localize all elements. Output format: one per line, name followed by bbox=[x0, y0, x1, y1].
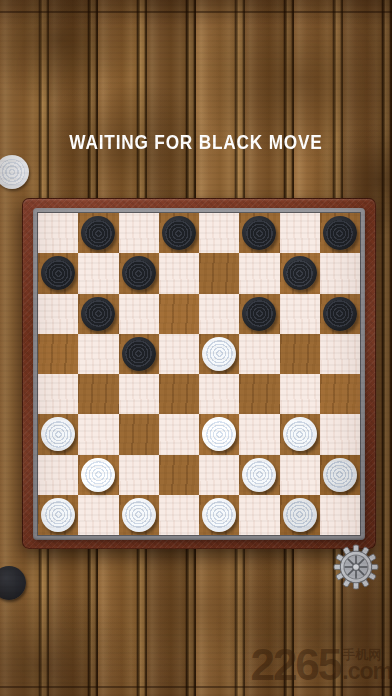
square-b1 bbox=[78, 495, 118, 535]
square-h6[interactable] bbox=[320, 294, 360, 334]
white-piece[interactable] bbox=[283, 417, 317, 451]
square-c8 bbox=[119, 213, 159, 253]
square-a2 bbox=[38, 455, 78, 495]
board-border bbox=[33, 208, 365, 540]
watermark-number: 2265 bbox=[250, 648, 340, 682]
piece-rings bbox=[286, 260, 313, 287]
square-d5 bbox=[159, 334, 199, 374]
black-piece[interactable] bbox=[162, 216, 196, 250]
square-h5 bbox=[320, 334, 360, 374]
square-d2[interactable] bbox=[159, 455, 199, 495]
square-d3 bbox=[159, 414, 199, 454]
square-c4 bbox=[119, 374, 159, 414]
checkers-board[interactable] bbox=[38, 213, 360, 535]
square-g6 bbox=[280, 294, 320, 334]
square-a5[interactable] bbox=[38, 334, 78, 374]
square-e3[interactable] bbox=[199, 414, 239, 454]
white-piece[interactable] bbox=[122, 498, 156, 532]
black-piece[interactable] bbox=[41, 256, 75, 290]
square-d7 bbox=[159, 253, 199, 293]
wood-seam bbox=[0, 11, 392, 13]
black-piece[interactable] bbox=[242, 216, 276, 250]
piece-rings bbox=[165, 220, 192, 247]
board-frame bbox=[22, 198, 376, 549]
square-c7[interactable] bbox=[119, 253, 159, 293]
piece-rings bbox=[246, 220, 273, 247]
square-e7[interactable] bbox=[199, 253, 239, 293]
white-piece[interactable] bbox=[202, 417, 236, 451]
square-d6[interactable] bbox=[159, 294, 199, 334]
white-piece[interactable] bbox=[41, 498, 75, 532]
square-e4 bbox=[199, 374, 239, 414]
white-piece[interactable] bbox=[323, 458, 357, 492]
piece-rings bbox=[85, 220, 112, 247]
square-g5[interactable] bbox=[280, 334, 320, 374]
square-b5 bbox=[78, 334, 118, 374]
square-c6 bbox=[119, 294, 159, 334]
square-d1 bbox=[159, 495, 199, 535]
white-piece[interactable] bbox=[202, 337, 236, 371]
square-b3 bbox=[78, 414, 118, 454]
square-a1[interactable] bbox=[38, 495, 78, 535]
piece-rings bbox=[326, 300, 353, 327]
square-g4 bbox=[280, 374, 320, 414]
black-piece[interactable] bbox=[122, 256, 156, 290]
chip-rings bbox=[0, 159, 25, 185]
square-e8 bbox=[199, 213, 239, 253]
piece-rings bbox=[206, 501, 233, 528]
piece-rings bbox=[326, 461, 353, 488]
square-h8[interactable] bbox=[320, 213, 360, 253]
piece-rings bbox=[206, 421, 233, 448]
square-b6[interactable] bbox=[78, 294, 118, 334]
white-piece[interactable] bbox=[41, 417, 75, 451]
square-a7[interactable] bbox=[38, 253, 78, 293]
gear-icon bbox=[333, 544, 379, 590]
piece-rings bbox=[45, 501, 72, 528]
square-f8[interactable] bbox=[239, 213, 279, 253]
square-h7 bbox=[320, 253, 360, 293]
square-f6[interactable] bbox=[239, 294, 279, 334]
square-d4[interactable] bbox=[159, 374, 199, 414]
piece-rings bbox=[246, 461, 273, 488]
square-e5[interactable] bbox=[199, 334, 239, 374]
square-a3[interactable] bbox=[38, 414, 78, 454]
piece-rings bbox=[45, 421, 72, 448]
square-b7 bbox=[78, 253, 118, 293]
square-c5[interactable] bbox=[119, 334, 159, 374]
piece-rings bbox=[125, 260, 152, 287]
settings-button[interactable] bbox=[333, 544, 379, 590]
black-piece[interactable] bbox=[81, 297, 115, 331]
square-g7[interactable] bbox=[280, 253, 320, 293]
piece-rings bbox=[45, 260, 72, 287]
black-checker-chip bbox=[0, 566, 26, 600]
square-b2[interactable] bbox=[78, 455, 118, 495]
white-piece[interactable] bbox=[202, 498, 236, 532]
piece-rings bbox=[206, 340, 233, 367]
square-a8 bbox=[38, 213, 78, 253]
square-g2 bbox=[280, 455, 320, 495]
black-piece[interactable] bbox=[283, 256, 317, 290]
square-h4[interactable] bbox=[320, 374, 360, 414]
square-f2[interactable] bbox=[239, 455, 279, 495]
square-b4[interactable] bbox=[78, 374, 118, 414]
white-piece[interactable] bbox=[81, 458, 115, 492]
square-f3 bbox=[239, 414, 279, 454]
square-f1 bbox=[239, 495, 279, 535]
piece-rings bbox=[326, 220, 353, 247]
square-h3 bbox=[320, 414, 360, 454]
square-g1[interactable] bbox=[280, 495, 320, 535]
white-checker-chip bbox=[0, 155, 29, 189]
white-piece[interactable] bbox=[283, 498, 317, 532]
black-piece[interactable] bbox=[323, 216, 357, 250]
square-h2[interactable] bbox=[320, 455, 360, 495]
turn-status-text: WAITING FOR BLACK MOVE bbox=[35, 130, 356, 154]
piece-rings bbox=[85, 300, 112, 327]
square-a6 bbox=[38, 294, 78, 334]
piece-rings bbox=[125, 501, 152, 528]
square-h1 bbox=[320, 495, 360, 535]
piece-rings bbox=[125, 340, 152, 367]
square-f7 bbox=[239, 253, 279, 293]
square-d8[interactable] bbox=[159, 213, 199, 253]
square-e1[interactable] bbox=[199, 495, 239, 535]
wood-seam bbox=[0, 686, 392, 688]
square-a4 bbox=[38, 374, 78, 414]
game-screen: WAITING FOR BLACK MOVE bbox=[0, 0, 392, 696]
black-piece[interactable] bbox=[122, 337, 156, 371]
white-piece[interactable] bbox=[242, 458, 276, 492]
piece-rings bbox=[286, 501, 313, 528]
square-b8[interactable] bbox=[78, 213, 118, 253]
piece-rings bbox=[286, 421, 313, 448]
square-e2 bbox=[199, 455, 239, 495]
watermark: 2265 手机网 .com bbox=[250, 648, 392, 682]
black-piece[interactable] bbox=[323, 297, 357, 331]
square-f4[interactable] bbox=[239, 374, 279, 414]
square-g8 bbox=[280, 213, 320, 253]
piece-rings bbox=[85, 461, 112, 488]
square-e6 bbox=[199, 294, 239, 334]
square-g3[interactable] bbox=[280, 414, 320, 454]
square-f5 bbox=[239, 334, 279, 374]
watermark-suffix: .com bbox=[342, 661, 392, 682]
black-piece[interactable] bbox=[242, 297, 276, 331]
watermark-cn-text: 手机网 bbox=[342, 648, 392, 661]
square-c2 bbox=[119, 455, 159, 495]
black-piece[interactable] bbox=[81, 216, 115, 250]
square-c3[interactable] bbox=[119, 414, 159, 454]
square-c1[interactable] bbox=[119, 495, 159, 535]
piece-rings bbox=[246, 300, 273, 327]
